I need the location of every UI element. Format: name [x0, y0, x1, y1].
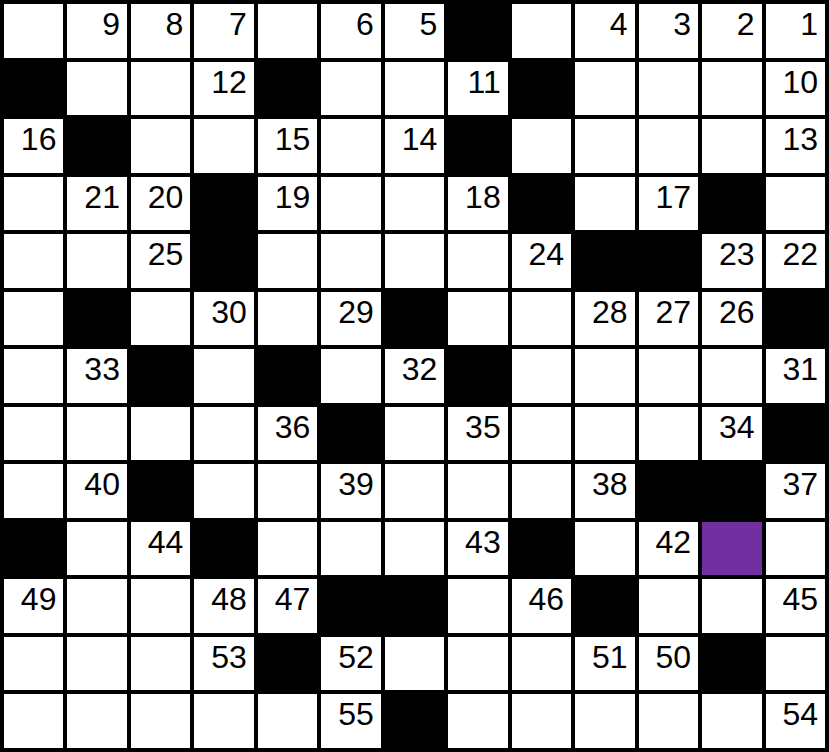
- clue-number: 38: [592, 466, 628, 503]
- clue-number: 21: [84, 179, 120, 216]
- white-cell[interactable]: [4, 234, 63, 288]
- white-cell[interactable]: [512, 464, 571, 518]
- black-cell: [512, 522, 571, 576]
- clue-number: 46: [529, 581, 565, 618]
- white-cell[interactable]: 37: [766, 464, 825, 518]
- clue-number: 23: [719, 236, 755, 273]
- white-cell[interactable]: [131, 292, 190, 346]
- white-cell[interactable]: [766, 522, 825, 576]
- white-cell[interactable]: 7: [194, 4, 253, 58]
- white-cell[interactable]: 4: [575, 4, 634, 58]
- white-cell[interactable]: [131, 407, 190, 461]
- white-cell[interactable]: 29: [321, 292, 380, 346]
- white-cell[interactable]: 30: [194, 292, 253, 346]
- white-cell[interactable]: [639, 694, 698, 748]
- clue-number: 51: [592, 639, 628, 676]
- clue-number: 43: [465, 524, 501, 561]
- white-cell[interactable]: [639, 119, 698, 173]
- white-cell[interactable]: 1: [766, 4, 825, 58]
- black-cell: [512, 62, 571, 116]
- clue-number: 3: [673, 6, 691, 43]
- clue-number: 13: [782, 121, 818, 158]
- white-cell[interactable]: [4, 637, 63, 691]
- clue-number: 48: [211, 581, 247, 618]
- white-cell[interactable]: [512, 637, 571, 691]
- clue-number: 50: [655, 639, 691, 676]
- black-cell: [258, 637, 317, 691]
- white-cell[interactable]: [258, 4, 317, 58]
- white-cell[interactable]: 51: [575, 637, 634, 691]
- white-cell[interactable]: [67, 234, 126, 288]
- white-cell[interactable]: [131, 119, 190, 173]
- white-cell[interactable]: [448, 637, 507, 691]
- clue-number: 55: [338, 696, 374, 733]
- white-cell[interactable]: 18: [448, 177, 507, 231]
- white-cell[interactable]: [131, 579, 190, 633]
- black-cell: [385, 694, 444, 748]
- white-cell[interactable]: [512, 292, 571, 346]
- clue-number: 31: [782, 351, 818, 388]
- clue-number: 22: [782, 236, 818, 273]
- clue-number: 27: [655, 294, 691, 331]
- white-cell[interactable]: [131, 637, 190, 691]
- white-cell[interactable]: [512, 4, 571, 58]
- white-cell[interactable]: 13: [766, 119, 825, 173]
- white-cell[interactable]: [639, 62, 698, 116]
- white-cell[interactable]: [194, 407, 253, 461]
- clue-number: 8: [166, 6, 184, 43]
- white-cell[interactable]: [385, 407, 444, 461]
- white-cell[interactable]: 42: [639, 522, 698, 576]
- black-cell: [385, 292, 444, 346]
- white-cell[interactable]: [67, 579, 126, 633]
- clue-number: 19: [275, 179, 311, 216]
- clue-number: 11: [467, 64, 500, 101]
- clue-number: 15: [275, 121, 311, 158]
- black-cell: [194, 177, 253, 231]
- white-cell[interactable]: [512, 349, 571, 403]
- black-cell: [575, 234, 634, 288]
- white-cell[interactable]: [702, 694, 761, 748]
- white-cell[interactable]: 16: [4, 119, 63, 173]
- clue-number: 26: [719, 294, 755, 331]
- clue-number: 29: [338, 294, 374, 331]
- black-cell: [385, 579, 444, 633]
- white-cell[interactable]: 6: [321, 4, 380, 58]
- clue-number: 33: [84, 351, 120, 388]
- white-cell[interactable]: [385, 62, 444, 116]
- black-cell: [448, 349, 507, 403]
- white-cell[interactable]: [67, 694, 126, 748]
- white-cell[interactable]: 39: [321, 464, 380, 518]
- white-cell[interactable]: 33: [67, 349, 126, 403]
- black-cell: [448, 119, 507, 173]
- black-cell: [131, 464, 190, 518]
- highlighted-cell[interactable]: [702, 522, 761, 576]
- white-cell[interactable]: [321, 522, 380, 576]
- white-cell[interactable]: 46: [512, 579, 571, 633]
- black-cell: [639, 464, 698, 518]
- white-cell[interactable]: [67, 637, 126, 691]
- white-cell[interactable]: [194, 349, 253, 403]
- black-cell: [766, 407, 825, 461]
- clue-number: 44: [148, 524, 184, 561]
- white-cell[interactable]: [194, 119, 253, 173]
- white-cell[interactable]: [258, 292, 317, 346]
- clue-number: 24: [529, 236, 565, 273]
- white-cell[interactable]: [702, 62, 761, 116]
- black-cell: [194, 522, 253, 576]
- clue-number: 53: [211, 639, 247, 676]
- white-cell[interactable]: [258, 522, 317, 576]
- white-cell[interactable]: 52: [321, 637, 380, 691]
- white-cell[interactable]: [4, 4, 63, 58]
- white-cell[interactable]: 20: [131, 177, 190, 231]
- clue-number: 18: [465, 179, 501, 216]
- white-cell[interactable]: [4, 349, 63, 403]
- white-cell[interactable]: [385, 234, 444, 288]
- black-cell: [766, 292, 825, 346]
- white-cell[interactable]: [575, 694, 634, 748]
- white-cell[interactable]: [575, 349, 634, 403]
- clue-number: 52: [338, 639, 374, 676]
- black-cell: [702, 637, 761, 691]
- black-cell: [575, 579, 634, 633]
- white-cell[interactable]: [321, 349, 380, 403]
- clue-number: 47: [275, 581, 311, 618]
- clue-number: 14: [402, 121, 438, 158]
- black-cell: [4, 62, 63, 116]
- white-cell[interactable]: [512, 694, 571, 748]
- clue-number: 20: [148, 179, 184, 216]
- white-cell[interactable]: 15: [258, 119, 317, 173]
- white-cell[interactable]: [385, 522, 444, 576]
- white-cell[interactable]: 25: [131, 234, 190, 288]
- clue-number: 28: [592, 294, 628, 331]
- white-cell[interactable]: 2: [702, 4, 761, 58]
- white-cell[interactable]: [448, 694, 507, 748]
- white-cell[interactable]: [67, 522, 126, 576]
- white-cell[interactable]: 11: [448, 62, 507, 116]
- clue-number: 36: [275, 409, 311, 446]
- clue-number: 35: [465, 409, 501, 446]
- clue-number: 1: [800, 6, 818, 43]
- white-cell[interactable]: 12: [194, 62, 253, 116]
- white-cell[interactable]: 44: [131, 522, 190, 576]
- clue-number: 10: [782, 64, 818, 101]
- white-cell[interactable]: [4, 694, 63, 748]
- black-cell: [321, 579, 380, 633]
- white-cell[interactable]: 32: [385, 349, 444, 403]
- white-cell[interactable]: 21: [67, 177, 126, 231]
- black-cell: [67, 119, 126, 173]
- white-cell[interactable]: 40: [67, 464, 126, 518]
- clue-number: 32: [402, 351, 438, 388]
- black-cell: [258, 62, 317, 116]
- white-cell[interactable]: 27: [639, 292, 698, 346]
- white-cell[interactable]: [766, 637, 825, 691]
- white-cell[interactable]: [702, 579, 761, 633]
- white-cell[interactable]: [766, 177, 825, 231]
- black-cell: [67, 292, 126, 346]
- white-cell[interactable]: [67, 407, 126, 461]
- white-cell[interactable]: [4, 177, 63, 231]
- black-cell: [321, 407, 380, 461]
- clue-number: 2: [737, 6, 755, 43]
- white-cell[interactable]: 17: [639, 177, 698, 231]
- white-cell[interactable]: [448, 579, 507, 633]
- clue-number: 16: [21, 121, 57, 158]
- black-cell: [702, 464, 761, 518]
- white-cell[interactable]: 38: [575, 464, 634, 518]
- white-cell[interactable]: [385, 637, 444, 691]
- white-cell[interactable]: [512, 407, 571, 461]
- white-cell[interactable]: [321, 177, 380, 231]
- white-cell[interactable]: 50: [639, 637, 698, 691]
- white-cell[interactable]: [385, 464, 444, 518]
- clue-number: 12: [211, 64, 247, 101]
- white-cell[interactable]: 53: [194, 637, 253, 691]
- white-cell[interactable]: 45: [766, 579, 825, 633]
- clue-number: 39: [338, 466, 374, 503]
- white-cell[interactable]: [575, 62, 634, 116]
- clue-number: 34: [719, 409, 755, 446]
- white-cell[interactable]: [194, 464, 253, 518]
- white-cell[interactable]: [702, 119, 761, 173]
- white-cell[interactable]: [448, 292, 507, 346]
- black-cell: [702, 177, 761, 231]
- white-cell[interactable]: [321, 62, 380, 116]
- white-cell[interactable]: [321, 119, 380, 173]
- white-cell[interactable]: [258, 234, 317, 288]
- clue-number: 49: [21, 581, 57, 618]
- black-cell: [194, 234, 253, 288]
- crossword-board: 9876543211211101615141321201918172524232…: [0, 0, 829, 752]
- white-cell[interactable]: [4, 407, 63, 461]
- clue-number: 54: [782, 696, 818, 733]
- black-cell: [131, 349, 190, 403]
- black-cell: [639, 234, 698, 288]
- white-cell[interactable]: 34: [702, 407, 761, 461]
- black-cell: [448, 4, 507, 58]
- white-cell[interactable]: [448, 234, 507, 288]
- white-cell[interactable]: 36: [258, 407, 317, 461]
- clue-number: 17: [655, 179, 691, 216]
- white-cell[interactable]: [321, 234, 380, 288]
- clue-number: 5: [419, 6, 437, 43]
- white-cell[interactable]: [448, 464, 507, 518]
- white-cell[interactable]: 43: [448, 522, 507, 576]
- white-cell[interactable]: [575, 407, 634, 461]
- white-cell[interactable]: [4, 292, 63, 346]
- white-cell[interactable]: [639, 407, 698, 461]
- white-cell[interactable]: 49: [4, 579, 63, 633]
- clue-number: 42: [655, 524, 691, 561]
- white-cell[interactable]: 48: [194, 579, 253, 633]
- white-cell[interactable]: [131, 62, 190, 116]
- white-cell[interactable]: 28: [575, 292, 634, 346]
- white-cell[interactable]: [575, 177, 634, 231]
- white-cell[interactable]: [575, 522, 634, 576]
- white-cell[interactable]: 10: [766, 62, 825, 116]
- white-cell[interactable]: 54: [766, 694, 825, 748]
- clue-number: 30: [211, 294, 247, 331]
- white-cell[interactable]: [258, 694, 317, 748]
- black-cell: [4, 522, 63, 576]
- white-cell[interactable]: [4, 464, 63, 518]
- white-cell[interactable]: [639, 349, 698, 403]
- white-cell[interactable]: 31: [766, 349, 825, 403]
- clue-number: 25: [148, 236, 184, 273]
- clue-number: 7: [229, 6, 247, 43]
- black-cell: [258, 349, 317, 403]
- white-cell[interactable]: 23: [702, 234, 761, 288]
- white-cell[interactable]: [131, 694, 190, 748]
- clue-number: 9: [102, 6, 120, 43]
- white-cell[interactable]: 14: [385, 119, 444, 173]
- clue-number: 6: [356, 6, 374, 43]
- white-cell[interactable]: 19: [258, 177, 317, 231]
- white-cell[interactable]: 24: [512, 234, 571, 288]
- white-cell[interactable]: 9: [67, 4, 126, 58]
- clue-number: 45: [782, 581, 818, 618]
- white-cell[interactable]: 3: [639, 4, 698, 58]
- white-cell[interactable]: [512, 119, 571, 173]
- black-cell: [512, 177, 571, 231]
- white-cell[interactable]: 5: [385, 4, 444, 58]
- clue-number: 4: [610, 6, 628, 43]
- white-cell[interactable]: 55: [321, 694, 380, 748]
- clue-number: 40: [84, 466, 120, 503]
- white-cell[interactable]: [639, 579, 698, 633]
- white-cell[interactable]: 35: [448, 407, 507, 461]
- white-cell[interactable]: 26: [702, 292, 761, 346]
- white-cell[interactable]: 47: [258, 579, 317, 633]
- white-cell[interactable]: 22: [766, 234, 825, 288]
- white-cell[interactable]: [67, 62, 126, 116]
- white-cell[interactable]: [702, 349, 761, 403]
- clue-number: 37: [782, 466, 818, 503]
- white-cell[interactable]: [575, 119, 634, 173]
- white-cell[interactable]: [258, 464, 317, 518]
- white-cell[interactable]: [385, 177, 444, 231]
- white-cell[interactable]: 8: [131, 4, 190, 58]
- white-cell[interactable]: [194, 694, 253, 748]
